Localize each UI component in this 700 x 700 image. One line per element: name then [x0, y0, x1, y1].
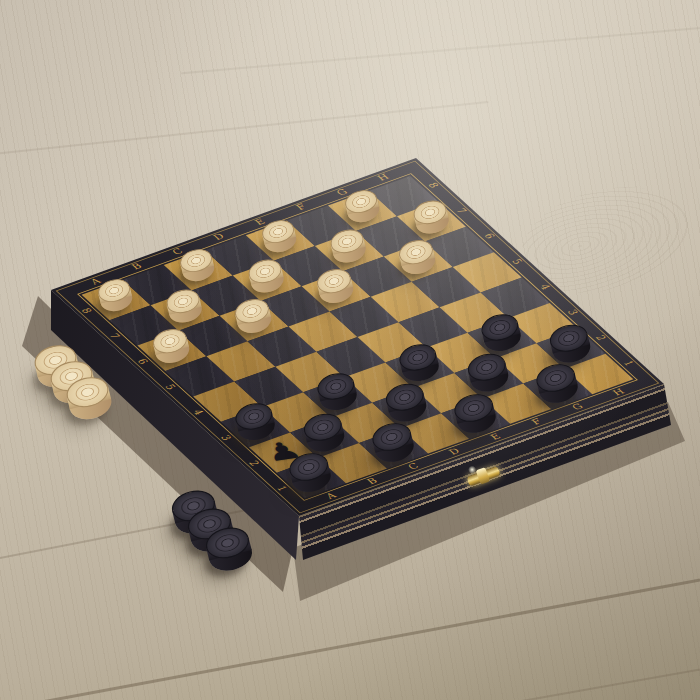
checker-light-h7[interactable] [411, 197, 451, 237]
checker-dark-a3[interactable] [232, 400, 277, 444]
checker-dark-f2[interactable] [465, 350, 511, 395]
checker-light-c8[interactable] [178, 246, 217, 284]
checker-dark-a1[interactable] [287, 449, 334, 496]
checker-light-f7[interactable] [328, 226, 368, 266]
checker-light-g8[interactable] [342, 187, 381, 225]
checker-dark-e3[interactable] [397, 340, 442, 384]
checker-light-g6[interactable] [397, 236, 438, 277]
checker-light-e6[interactable] [315, 266, 356, 307]
checker-dark-c1[interactable] [369, 420, 416, 467]
product-photo-scene: AABBCCDDEEFFGGHH8877665544332211 ♟ [0, 0, 700, 700]
checker-light-off-board-3[interactable] [63, 373, 114, 424]
checker-light-e8[interactable] [260, 217, 299, 255]
checker-light-a6[interactable] [150, 325, 191, 366]
checker-dark-off-board-3[interactable] [203, 523, 256, 575]
checker-light-a8[interactable] [96, 276, 135, 314]
checker-dark-b2[interactable] [301, 410, 347, 455]
checker-dark-g3[interactable] [479, 311, 524, 355]
checker-dark-c3[interactable] [314, 370, 359, 414]
pieces-layer [0, 0, 700, 700]
checker-dark-g1[interactable] [533, 360, 580, 407]
checker-light-b7[interactable] [164, 286, 204, 326]
checker-dark-e1[interactable] [451, 390, 498, 437]
checker-light-c6[interactable] [233, 296, 274, 337]
checker-dark-h2[interactable] [547, 320, 593, 365]
checker-light-d7[interactable] [246, 256, 286, 296]
